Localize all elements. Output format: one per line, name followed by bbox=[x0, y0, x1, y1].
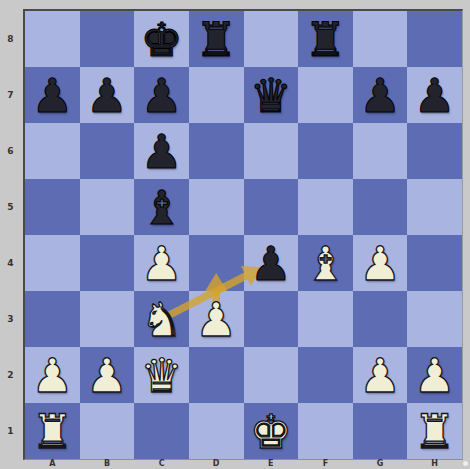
file-label-c: C bbox=[134, 458, 189, 469]
square-c5[interactable]: ♝ bbox=[134, 179, 189, 235]
square-e8[interactable] bbox=[244, 11, 299, 67]
rank-label-1: 1 bbox=[0, 403, 21, 459]
white-king-e1[interactable]: ♚ bbox=[244, 403, 299, 459]
file-label-g: G bbox=[353, 458, 408, 469]
rank-label-8: 8 bbox=[0, 11, 21, 67]
square-b3[interactable] bbox=[80, 291, 135, 347]
square-d4[interactable] bbox=[189, 235, 244, 291]
board: ♚♜♜♟♟♟♛♟♟♟♝♟♟♝♟♞♟♟♟♛♟♟♜♚♜ bbox=[25, 11, 462, 459]
square-h7[interactable]: ♟ bbox=[407, 67, 462, 123]
square-h6[interactable] bbox=[407, 123, 462, 179]
white-pawn-b2[interactable]: ♟ bbox=[80, 347, 135, 403]
square-a3[interactable] bbox=[25, 291, 80, 347]
square-d3[interactable]: ♟ bbox=[189, 291, 244, 347]
square-h8[interactable] bbox=[407, 11, 462, 67]
square-a1[interactable]: ♜ bbox=[25, 403, 80, 459]
square-f1[interactable] bbox=[298, 403, 353, 459]
square-b1[interactable] bbox=[80, 403, 135, 459]
black-queen-e7[interactable]: ♛ bbox=[244, 67, 299, 123]
square-f8[interactable]: ♜ bbox=[298, 11, 353, 67]
square-h3[interactable] bbox=[407, 291, 462, 347]
file-label-f: F bbox=[298, 458, 353, 469]
square-d2[interactable] bbox=[189, 347, 244, 403]
square-g3[interactable] bbox=[353, 291, 408, 347]
white-pawn-g4[interactable]: ♟ bbox=[353, 235, 408, 291]
file-label-a: A bbox=[25, 458, 80, 469]
white-queen-c2[interactable]: ♛ bbox=[134, 347, 189, 403]
rank-label-7: 7 bbox=[0, 67, 21, 123]
resize-dot bbox=[463, 461, 468, 466]
square-a8[interactable] bbox=[25, 11, 80, 67]
black-pawn-c6[interactable]: ♟ bbox=[134, 123, 189, 179]
square-e7[interactable]: ♛ bbox=[244, 67, 299, 123]
black-rook-f8[interactable]: ♜ bbox=[298, 11, 353, 67]
square-d7[interactable] bbox=[189, 67, 244, 123]
black-pawn-b7[interactable]: ♟ bbox=[80, 67, 135, 123]
square-h2[interactable]: ♟ bbox=[407, 347, 462, 403]
square-a4[interactable] bbox=[25, 235, 80, 291]
square-d8[interactable]: ♜ bbox=[189, 11, 244, 67]
square-a7[interactable]: ♟ bbox=[25, 67, 80, 123]
black-rook-d8[interactable]: ♜ bbox=[189, 11, 244, 67]
square-c7[interactable]: ♟ bbox=[134, 67, 189, 123]
square-f3[interactable] bbox=[298, 291, 353, 347]
rank-labels: 87654321 bbox=[0, 11, 21, 459]
square-f2[interactable] bbox=[298, 347, 353, 403]
square-f4[interactable]: ♝ bbox=[298, 235, 353, 291]
rank-label-5: 5 bbox=[0, 179, 21, 235]
white-rook-h1[interactable]: ♜ bbox=[407, 403, 462, 459]
white-knight-c3[interactable]: ♞ bbox=[134, 291, 189, 347]
white-bishop-f4[interactable]: ♝ bbox=[298, 235, 353, 291]
square-b2[interactable]: ♟ bbox=[80, 347, 135, 403]
square-b5[interactable] bbox=[80, 179, 135, 235]
black-king-c8[interactable]: ♚ bbox=[134, 11, 189, 67]
black-pawn-c7[interactable]: ♟ bbox=[134, 67, 189, 123]
square-f7[interactable] bbox=[298, 67, 353, 123]
rank-label-6: 6 bbox=[0, 123, 21, 179]
white-pawn-h2[interactable]: ♟ bbox=[407, 347, 462, 403]
square-b8[interactable] bbox=[80, 11, 135, 67]
square-g1[interactable] bbox=[353, 403, 408, 459]
square-f6[interactable] bbox=[298, 123, 353, 179]
file-label-e: E bbox=[244, 458, 299, 469]
square-e4[interactable]: ♟ bbox=[244, 235, 299, 291]
square-g2[interactable]: ♟ bbox=[353, 347, 408, 403]
board-frame: ♚♜♜♟♟♟♛♟♟♟♝♟♟♝♟♞♟♟♟♛♟♟♜♚♜ bbox=[23, 9, 463, 460]
square-d5[interactable] bbox=[189, 179, 244, 235]
square-e5[interactable] bbox=[244, 179, 299, 235]
black-pawn-g7[interactable]: ♟ bbox=[353, 67, 408, 123]
square-g5[interactable] bbox=[353, 179, 408, 235]
file-label-b: B bbox=[80, 458, 135, 469]
square-d1[interactable] bbox=[189, 403, 244, 459]
square-g7[interactable]: ♟ bbox=[353, 67, 408, 123]
file-label-h: H bbox=[407, 458, 462, 469]
rank-label-2: 2 bbox=[0, 347, 21, 403]
black-pawn-a7[interactable]: ♟ bbox=[25, 67, 80, 123]
file-labels: ABCDEFGH bbox=[25, 458, 462, 469]
white-pawn-c4[interactable]: ♟ bbox=[134, 235, 189, 291]
white-pawn-a2[interactable]: ♟ bbox=[25, 347, 80, 403]
square-b4[interactable] bbox=[80, 235, 135, 291]
square-h1[interactable]: ♜ bbox=[407, 403, 462, 459]
square-g4[interactable]: ♟ bbox=[353, 235, 408, 291]
square-c6[interactable]: ♟ bbox=[134, 123, 189, 179]
square-e2[interactable] bbox=[244, 347, 299, 403]
white-pawn-g2[interactable]: ♟ bbox=[353, 347, 408, 403]
square-a6[interactable] bbox=[25, 123, 80, 179]
square-g8[interactable] bbox=[353, 11, 408, 67]
square-b6[interactable] bbox=[80, 123, 135, 179]
black-pawn-h7[interactable]: ♟ bbox=[407, 67, 462, 123]
rank-label-3: 3 bbox=[0, 291, 21, 347]
square-d6[interactable] bbox=[189, 123, 244, 179]
chess-board-window: 87654321 ♚♜♜♟♟♟♛♟♟♟♝♟♟♝♟♞♟♟♟♛♟♟♜♚♜ ABCDE… bbox=[0, 0, 470, 469]
square-c4[interactable]: ♟ bbox=[134, 235, 189, 291]
square-h5[interactable] bbox=[407, 179, 462, 235]
file-label-d: D bbox=[189, 458, 244, 469]
square-c2[interactable]: ♛ bbox=[134, 347, 189, 403]
square-e1[interactable]: ♚ bbox=[244, 403, 299, 459]
rank-label-4: 4 bbox=[0, 235, 21, 291]
square-c3[interactable]: ♞ bbox=[134, 291, 189, 347]
black-bishop-c5[interactable]: ♝ bbox=[134, 179, 189, 235]
white-pawn-d3[interactable]: ♟ bbox=[189, 291, 244, 347]
square-a2[interactable]: ♟ bbox=[25, 347, 80, 403]
square-h4[interactable] bbox=[407, 235, 462, 291]
white-rook-a1[interactable]: ♜ bbox=[25, 403, 80, 459]
square-e6[interactable] bbox=[244, 123, 299, 179]
square-g6[interactable] bbox=[353, 123, 408, 179]
square-c1[interactable] bbox=[134, 403, 189, 459]
square-e3[interactable] bbox=[244, 291, 299, 347]
square-c8[interactable]: ♚ bbox=[134, 11, 189, 67]
black-pawn-e4[interactable]: ♟ bbox=[244, 235, 299, 291]
square-b7[interactable]: ♟ bbox=[80, 67, 135, 123]
square-f5[interactable] bbox=[298, 179, 353, 235]
square-a5[interactable] bbox=[25, 179, 80, 235]
